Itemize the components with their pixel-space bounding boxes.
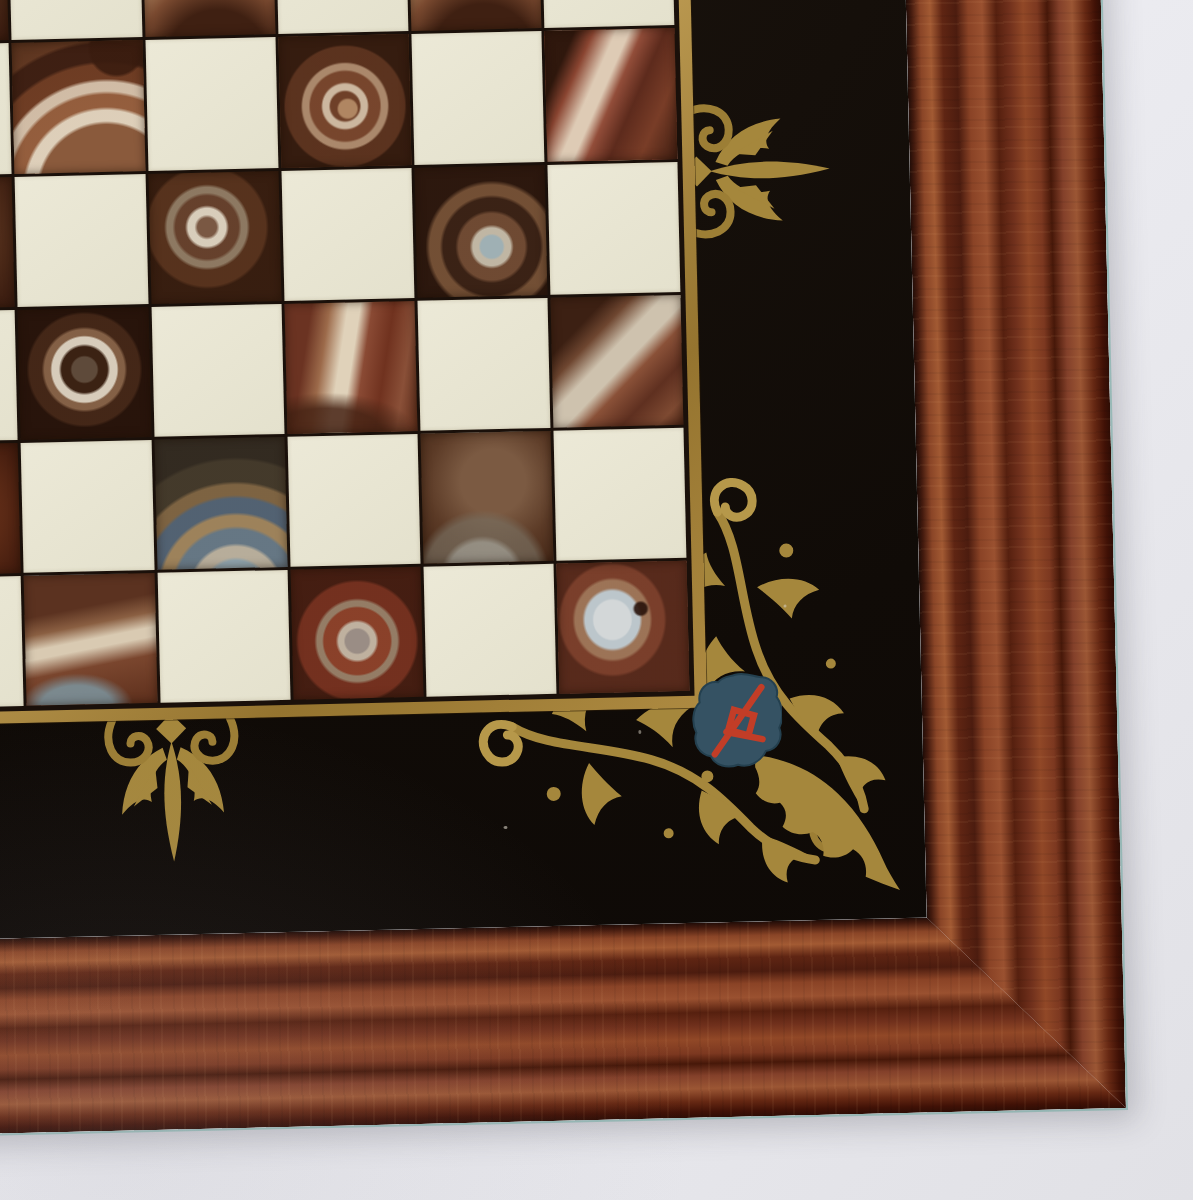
square-r5c3-dark	[18, 307, 151, 440]
square-r4c4-dark	[148, 170, 281, 303]
square-r4c2-dark	[0, 177, 15, 310]
square-r3c6-light	[411, 31, 544, 164]
square-r6c7-light	[553, 428, 686, 561]
dust-speck	[783, 605, 786, 608]
square-r7c7-dark	[556, 561, 689, 694]
board-field	[0, 0, 695, 720]
square-r3c3-dark	[12, 40, 145, 173]
palmette-ornament-right-icon	[678, 93, 841, 247]
square-r6c2-dark	[0, 443, 21, 576]
square-r2c3-light	[9, 0, 142, 40]
square-r3c5-dark	[278, 34, 411, 167]
square-r3c4-light	[145, 37, 278, 170]
square-r7c5-dark	[290, 567, 423, 700]
square-r5c6-light	[417, 298, 550, 431]
square-r7c2-light	[0, 576, 24, 709]
sticker-blob-icon	[689, 671, 783, 769]
inventory-sticker: 4	[689, 671, 783, 769]
board-assembly: 4	[0, 0, 1126, 1151]
square-r7c4-light	[157, 570, 290, 703]
square-r2c5-light	[275, 0, 408, 34]
dust-speck	[638, 730, 641, 734]
square-r2c7-light	[541, 0, 674, 28]
square-r6c5-light	[287, 434, 420, 567]
square-r2c6-dark	[408, 0, 541, 31]
dust-speck	[503, 826, 507, 829]
palmette-ornament-bottom-icon	[96, 710, 250, 873]
square-r5c5-dark	[284, 301, 417, 434]
square-r4c5-light	[281, 167, 414, 300]
gold-fillet-line	[0, 0, 707, 732]
square-r5c4-light	[151, 304, 284, 437]
square-r7c3-dark	[24, 573, 157, 706]
square-r4c7-light	[547, 161, 680, 294]
square-r2c4-dark	[142, 0, 275, 37]
square-r3c2-light	[0, 43, 12, 176]
photo-backdrop: 4	[0, 0, 1193, 1200]
square-r4c3-light	[15, 174, 148, 307]
square-r2c2-dark	[0, 0, 9, 43]
square-r6c4-dark	[154, 437, 287, 570]
square-r6c3-light	[21, 440, 154, 573]
square-r5c2-light	[0, 310, 18, 443]
square-r5c7-dark	[550, 295, 683, 428]
square-r6c6-dark	[420, 431, 553, 564]
frame-molding-bottom	[0, 913, 1126, 1151]
field-underlay	[0, 0, 695, 720]
square-r7c6-light	[423, 564, 556, 697]
square-r4c6-dark	[414, 164, 547, 297]
square-r3c7-dark	[544, 28, 677, 161]
